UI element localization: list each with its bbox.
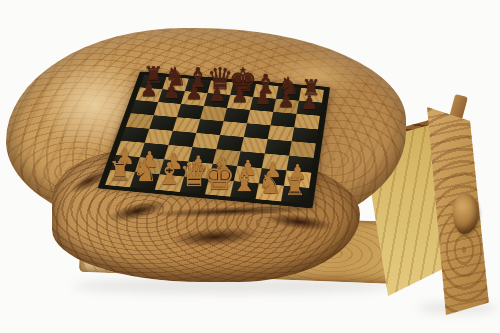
product-photo: ♜♞♝♛♚♝♞♜♟♟♟♟♟♟♟♟♟♟♟♟♟♟♟♟♜♞♝♛♚♝♞♜ <box>0 0 500 333</box>
square-e1 <box>205 179 234 197</box>
square-e3 <box>213 149 241 166</box>
board-frame <box>98 71 331 208</box>
chess-board <box>98 71 331 208</box>
square-h1 <box>281 186 309 204</box>
square-h4 <box>289 141 316 158</box>
square-a5 <box>126 113 154 129</box>
square-h2 <box>284 170 312 188</box>
square-g1 <box>256 183 284 201</box>
square-f1 <box>230 181 259 199</box>
square-g7 <box>273 99 299 114</box>
square-b2 <box>135 157 164 174</box>
square-d6 <box>200 106 227 121</box>
board-grid <box>105 75 324 204</box>
